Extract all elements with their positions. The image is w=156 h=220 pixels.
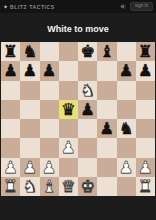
square-g1[interactable]	[117, 177, 136, 196]
app-logo[interactable]: ✦ Blitz Tactics	[3, 4, 55, 10]
status-bar: White to move	[0, 13, 156, 42]
square-e2[interactable]	[78, 158, 97, 177]
piece-white-knight[interactable]: ♞	[22, 177, 37, 196]
square-g7[interactable]: ♟	[117, 61, 136, 80]
square-a4[interactable]	[1, 119, 20, 138]
square-d8[interactable]	[59, 42, 78, 61]
square-c3[interactable]	[40, 138, 59, 157]
square-e8[interactable]: ♚	[78, 42, 97, 61]
square-b4[interactable]	[20, 119, 39, 138]
square-c5[interactable]	[40, 100, 59, 119]
piece-black-queen[interactable]: ♛	[61, 100, 76, 119]
square-g2[interactable]: ♟	[117, 158, 136, 177]
piece-white-pawn[interactable]: ♟	[3, 158, 18, 177]
square-d3[interactable]: ♟	[59, 138, 78, 157]
square-c2[interactable]: ♟	[40, 158, 59, 177]
logo-icon: ✦	[3, 4, 8, 10]
square-c6[interactable]	[40, 81, 59, 100]
square-c4[interactable]	[40, 119, 59, 138]
piece-white-pawn[interactable]: ♟	[22, 158, 37, 177]
square-h5[interactable]	[136, 100, 155, 119]
piece-white-pawn[interactable]: ♟	[119, 158, 134, 177]
square-d5[interactable]: ♛	[59, 100, 78, 119]
piece-white-king[interactable]: ♚	[80, 177, 95, 196]
piece-white-rook[interactable]: ♜	[138, 177, 153, 196]
square-c8[interactable]	[40, 42, 59, 61]
piece-black-rook[interactable]: ♜	[3, 42, 18, 61]
square-f2[interactable]	[97, 158, 116, 177]
piece-white-rook[interactable]: ♜	[3, 177, 18, 196]
square-h8[interactable]: ♜	[136, 42, 155, 61]
piece-black-rook[interactable]: ♜	[138, 42, 153, 61]
square-a5[interactable]	[1, 100, 20, 119]
chess-board[interactable]: ♜♞♚♝♜♟♟♟♟♟♞♛♟♟♞♟♟♟♟♟♟♜♞♝♛♚♜	[1, 42, 155, 196]
square-e1[interactable]: ♚	[78, 177, 97, 196]
piece-white-knight[interactable]: ♞	[80, 81, 95, 100]
piece-black-knight[interactable]: ♞	[22, 42, 37, 61]
square-d2[interactable]	[59, 158, 78, 177]
square-a3[interactable]	[1, 138, 20, 157]
square-a6[interactable]	[1, 81, 20, 100]
square-h1[interactable]: ♜	[136, 177, 155, 196]
piece-black-knight[interactable]: ♞	[119, 119, 134, 138]
square-f7[interactable]	[97, 61, 116, 80]
piece-white-pawn[interactable]: ♟	[138, 158, 153, 177]
piece-black-bishop[interactable]: ♝	[99, 42, 114, 61]
piece-white-pawn[interactable]: ♟	[61, 138, 76, 157]
square-e5[interactable]: ♟	[78, 100, 97, 119]
square-d7[interactable]	[59, 61, 78, 80]
piece-white-pawn[interactable]: ♟	[42, 158, 57, 177]
square-g3[interactable]	[117, 138, 136, 157]
square-b3[interactable]	[20, 138, 39, 157]
square-b5[interactable]	[20, 100, 39, 119]
square-f1[interactable]	[97, 177, 116, 196]
square-f8[interactable]: ♝	[97, 42, 116, 61]
turn-indicator: White to move	[47, 24, 109, 34]
speaker-icon[interactable]	[120, 3, 127, 10]
piece-white-queen[interactable]: ♛	[61, 177, 76, 196]
topbar-right-group: sign in	[120, 2, 153, 11]
square-a2[interactable]: ♟	[1, 158, 20, 177]
square-g8[interactable]	[117, 42, 136, 61]
bottom-area	[0, 196, 156, 220]
square-d6[interactable]	[59, 81, 78, 100]
piece-white-bishop[interactable]: ♝	[42, 177, 57, 196]
square-h3[interactable]	[136, 138, 155, 157]
square-h2[interactable]: ♟	[136, 158, 155, 177]
app-title: Blitz Tactics	[10, 4, 55, 10]
square-f4[interactable]: ♟	[97, 119, 116, 138]
square-b8[interactable]: ♞	[20, 42, 39, 61]
square-a7[interactable]: ♟	[1, 61, 20, 80]
piece-black-pawn[interactable]: ♟	[99, 119, 114, 138]
square-e6[interactable]: ♞	[78, 81, 97, 100]
piece-black-king[interactable]: ♚	[80, 42, 95, 61]
square-f5[interactable]	[97, 100, 116, 119]
square-e7[interactable]	[78, 61, 97, 80]
square-b1[interactable]: ♞	[20, 177, 39, 196]
square-d1[interactable]: ♛	[59, 177, 78, 196]
piece-black-pawn[interactable]: ♟	[22, 61, 37, 80]
piece-black-pawn[interactable]: ♟	[119, 61, 134, 80]
square-h7[interactable]: ♟	[136, 61, 155, 80]
piece-black-pawn[interactable]: ♟	[42, 61, 57, 80]
square-b6[interactable]	[20, 81, 39, 100]
square-c7[interactable]: ♟	[40, 61, 59, 80]
square-a8[interactable]: ♜	[1, 42, 20, 61]
top-nav-bar: ✦ Blitz Tactics sign in	[0, 0, 156, 13]
square-d4[interactable]	[59, 119, 78, 138]
square-e3[interactable]	[78, 138, 97, 157]
square-g6[interactable]	[117, 81, 136, 100]
square-a1[interactable]: ♜	[1, 177, 20, 196]
square-g4[interactable]: ♞	[117, 119, 136, 138]
square-e4[interactable]	[78, 119, 97, 138]
square-f6[interactable]	[97, 81, 116, 100]
square-b7[interactable]: ♟	[20, 61, 39, 80]
square-b2[interactable]: ♟	[20, 158, 39, 177]
square-h6[interactable]	[136, 81, 155, 100]
square-c1[interactable]: ♝	[40, 177, 59, 196]
piece-black-pawn[interactable]: ♟	[80, 100, 95, 119]
piece-black-pawn[interactable]: ♟	[3, 61, 18, 80]
sign-in-button[interactable]: sign in	[130, 2, 153, 11]
square-f3[interactable]	[97, 138, 116, 157]
square-h4[interactable]	[136, 119, 155, 138]
piece-black-pawn[interactable]: ♟	[138, 61, 153, 80]
square-g5[interactable]	[117, 100, 136, 119]
